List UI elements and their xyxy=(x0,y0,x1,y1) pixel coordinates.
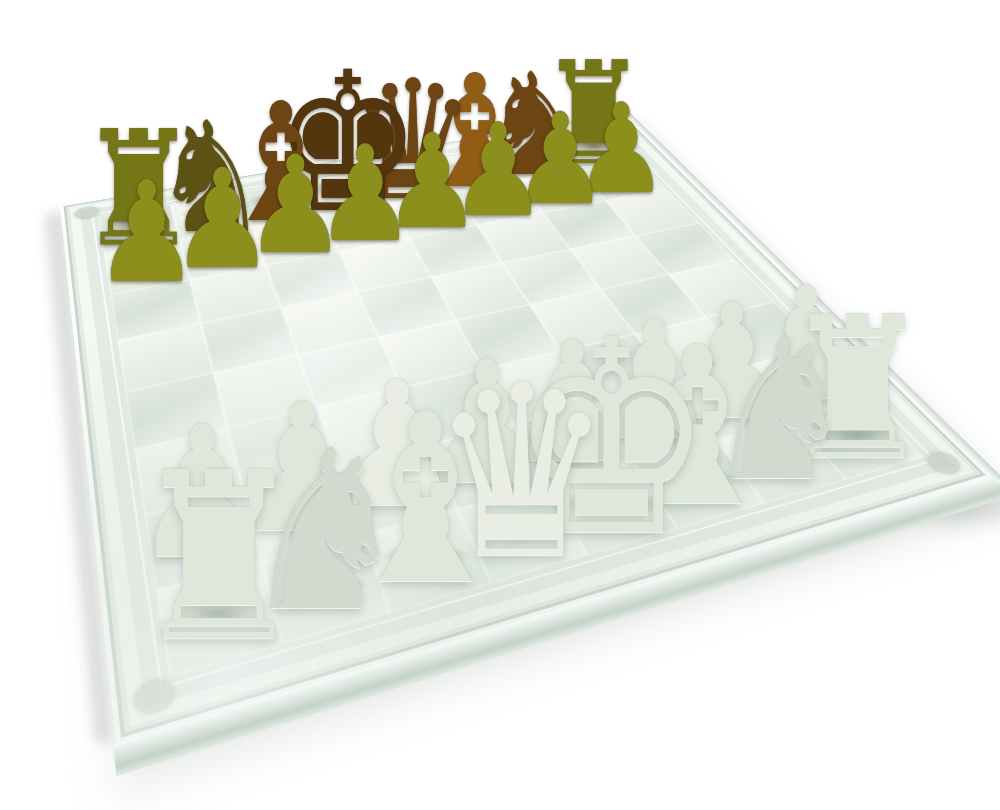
product-photo-scene: ♜♞♝♚♛♝♞♜♟♟♟♟♟♟♟♟♟♟♟♟♟♟♟♟♜♞♝♛♚♝♞♜ Frosted… xyxy=(0,0,1000,810)
pieces-layer: ♜♞♝♚♛♝♞♜♟♟♟♟♟♟♟♟♟♟♟♟♟♟♟♟♜♞♝♛♚♝♞♜ xyxy=(0,0,1000,810)
page-caption: Frosted glass chess set, starting positi… xyxy=(0,0,1,1)
piece-white-rook-a1[interactable]: ♜ xyxy=(120,443,317,675)
piece-black-pawn-a7[interactable]: ♟ xyxy=(87,163,206,303)
